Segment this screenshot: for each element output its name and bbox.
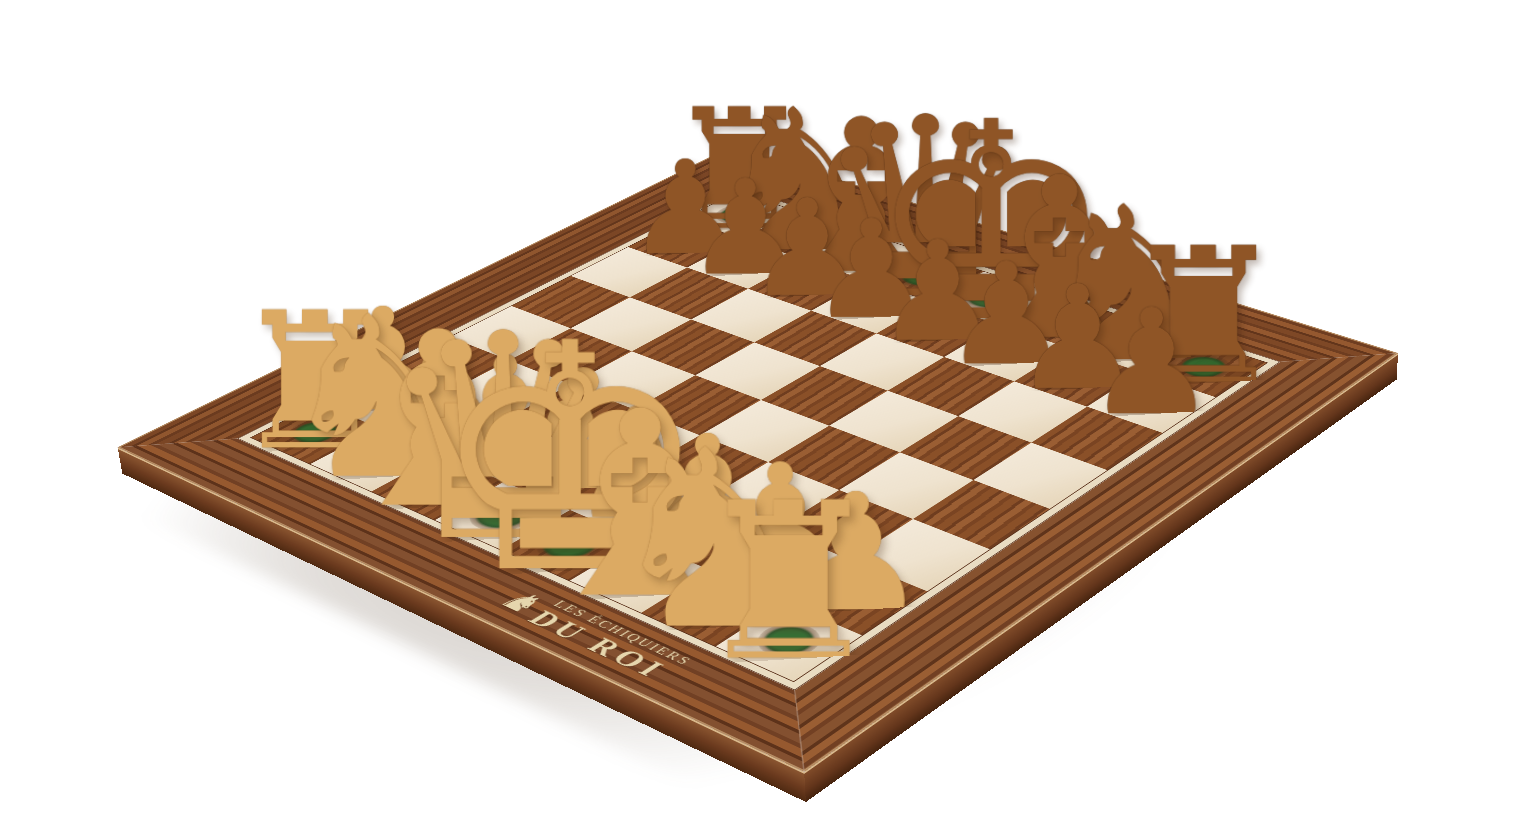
studio-scene: ♞ LES ÉCHIQUIERS DU ROI ♜♞♝♛♚♝♞♜♟♟♟♟♟♟♟♟… (0, 0, 1524, 813)
chess-board: ♞ LES ÉCHIQUIERS DU ROI ♜♞♝♛♚♝♞♜♟♟♟♟♟♟♟♟… (118, 146, 1398, 771)
